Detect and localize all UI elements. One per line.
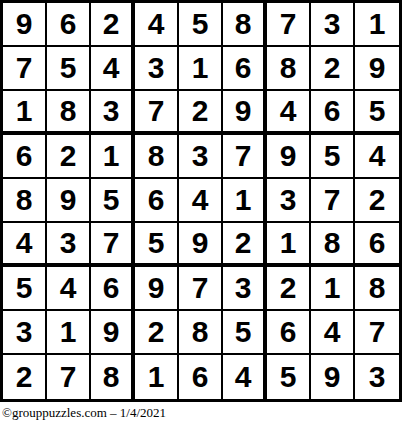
sudoku-cell: 7 — [3, 47, 47, 91]
sudoku-cell: 4 — [223, 355, 267, 399]
sudoku-cell: 6 — [179, 355, 223, 399]
sudoku-cell: 3 — [47, 223, 91, 267]
sudoku-cell: 6 — [355, 223, 399, 267]
sudoku-cell: 7 — [355, 311, 399, 355]
sudoku-cell: 7 — [135, 91, 179, 135]
sudoku-cell: 2 — [223, 223, 267, 267]
sudoku-cell: 2 — [3, 355, 47, 399]
sudoku-cell: 9 — [267, 135, 311, 179]
sudoku-cell: 2 — [91, 3, 135, 47]
sudoku-cell: 9 — [135, 267, 179, 311]
sudoku-cell: 2 — [179, 91, 223, 135]
sudoku-cell: 4 — [47, 267, 91, 311]
sudoku-cell: 8 — [267, 47, 311, 91]
sudoku-cell: 3 — [135, 47, 179, 91]
sudoku-cell: 2 — [267, 267, 311, 311]
sudoku-cell: 8 — [3, 179, 47, 223]
sudoku-cell: 9 — [223, 91, 267, 135]
sudoku-cell: 4 — [355, 135, 399, 179]
sudoku-cell: 1 — [355, 3, 399, 47]
sudoku-cell: 3 — [355, 355, 399, 399]
sudoku-cell: 9 — [179, 223, 223, 267]
sudoku-cell: 6 — [223, 47, 267, 91]
copyright-credit: ©grouppuzzles.com – 1/4/2021 — [2, 405, 402, 421]
sudoku-cell: 1 — [135, 355, 179, 399]
sudoku-page: 9624587317543168291837294656218379548956… — [0, 0, 402, 424]
sudoku-cell: 4 — [267, 91, 311, 135]
sudoku-cell: 7 — [223, 135, 267, 179]
sudoku-cell: 5 — [91, 179, 135, 223]
sudoku-cell: 3 — [311, 3, 355, 47]
sudoku-cell: 5 — [223, 311, 267, 355]
sudoku-cell: 4 — [135, 3, 179, 47]
sudoku-cell: 6 — [91, 267, 135, 311]
sudoku-cell: 4 — [3, 223, 47, 267]
sudoku-cell: 5 — [267, 355, 311, 399]
sudoku-cell: 4 — [179, 179, 223, 223]
sudoku-cell: 5 — [179, 3, 223, 47]
sudoku-cell: 7 — [91, 223, 135, 267]
sudoku-cell: 6 — [47, 3, 91, 47]
sudoku-cell: 3 — [179, 135, 223, 179]
sudoku-cell: 5 — [3, 267, 47, 311]
sudoku-cell: 4 — [91, 47, 135, 91]
sudoku-board: 9624587317543168291837294656218379548956… — [0, 0, 402, 402]
sudoku-cell: 7 — [267, 3, 311, 47]
sudoku-cell: 5 — [135, 223, 179, 267]
sudoku-cell: 1 — [47, 311, 91, 355]
sudoku-cell: 8 — [355, 267, 399, 311]
sudoku-cell: 6 — [267, 311, 311, 355]
sudoku-cell: 3 — [267, 179, 311, 223]
sudoku-cell: 8 — [179, 311, 223, 355]
sudoku-cell: 5 — [355, 91, 399, 135]
sudoku-cell: 7 — [311, 179, 355, 223]
sudoku-cell: 7 — [179, 267, 223, 311]
sudoku-cell: 5 — [47, 47, 91, 91]
sudoku-cell: 9 — [3, 3, 47, 47]
sudoku-cell: 9 — [311, 355, 355, 399]
sudoku-cell: 6 — [3, 135, 47, 179]
sudoku-cell: 9 — [355, 47, 399, 91]
sudoku-cell: 2 — [355, 179, 399, 223]
sudoku-cell: 3 — [223, 267, 267, 311]
sudoku-cell: 8 — [91, 355, 135, 399]
sudoku-cell: 4 — [311, 311, 355, 355]
sudoku-cell: 8 — [135, 135, 179, 179]
sudoku-cell: 1 — [179, 47, 223, 91]
sudoku-cell: 5 — [311, 135, 355, 179]
sudoku-cell: 8 — [311, 223, 355, 267]
sudoku-cell: 2 — [311, 47, 355, 91]
sudoku-cell: 1 — [91, 135, 135, 179]
sudoku-cell: 1 — [311, 267, 355, 311]
sudoku-cell: 2 — [47, 135, 91, 179]
sudoku-cell: 1 — [223, 179, 267, 223]
sudoku-cell: 8 — [47, 91, 91, 135]
sudoku-cell: 3 — [3, 311, 47, 355]
sudoku-cell: 2 — [135, 311, 179, 355]
sudoku-cell: 1 — [267, 223, 311, 267]
sudoku-cell: 9 — [91, 311, 135, 355]
sudoku-cell: 6 — [135, 179, 179, 223]
sudoku-cell: 8 — [223, 3, 267, 47]
sudoku-cell: 3 — [91, 91, 135, 135]
sudoku-cell: 9 — [47, 179, 91, 223]
sudoku-cell: 7 — [47, 355, 91, 399]
sudoku-cell: 6 — [311, 91, 355, 135]
sudoku-cell: 1 — [3, 91, 47, 135]
